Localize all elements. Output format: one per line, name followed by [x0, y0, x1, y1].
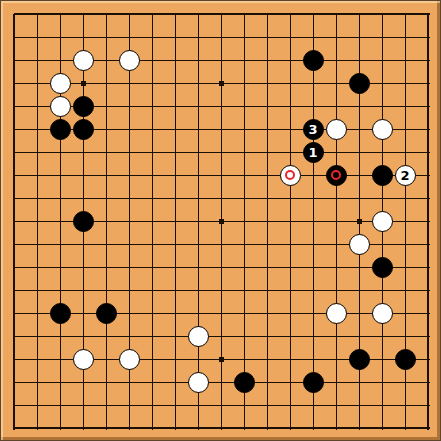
red-circle-marker: [331, 170, 341, 180]
star-point: [219, 357, 224, 362]
black-stone[interactable]: [395, 349, 416, 370]
grid-line-vertical: [427, 14, 429, 430]
black-stone[interactable]: [372, 165, 393, 186]
move-number-label: 2: [400, 169, 409, 182]
grid-line-vertical: [175, 14, 176, 430]
black-stone[interactable]: [234, 372, 255, 393]
black-stone[interactable]: [303, 372, 324, 393]
grid-line-vertical: [198, 14, 199, 430]
grid-line-horizontal: [14, 175, 430, 176]
grid-line-horizontal: [14, 198, 430, 199]
grid-line-horizontal: [14, 152, 430, 153]
grid-line-vertical: [244, 14, 245, 430]
black-stone[interactable]: 3: [303, 119, 324, 140]
white-stone[interactable]: [349, 234, 370, 255]
grid-line-horizontal: [14, 382, 430, 383]
black-stone[interactable]: [73, 211, 94, 232]
grid-line-horizontal: [14, 290, 430, 291]
move-number-label: 3: [308, 123, 317, 136]
star-point: [357, 219, 362, 224]
red-circle-marker: [285, 170, 295, 180]
grid-line-horizontal: [14, 267, 430, 268]
star-point: [219, 219, 224, 224]
black-stone[interactable]: [96, 303, 117, 324]
white-stone[interactable]: [372, 119, 393, 140]
grid-line-vertical: [152, 14, 153, 430]
black-stone[interactable]: [50, 119, 71, 140]
white-stone[interactable]: [188, 372, 209, 393]
black-stone[interactable]: [50, 303, 71, 324]
go-board[interactable]: 312: [0, 0, 441, 441]
white-stone[interactable]: [280, 165, 301, 186]
grid-line-horizontal: [14, 37, 430, 38]
black-stone[interactable]: [326, 165, 347, 186]
black-stone[interactable]: 1: [303, 142, 324, 163]
white-stone[interactable]: [50, 73, 71, 94]
star-point: [81, 81, 86, 86]
white-stone[interactable]: [372, 303, 393, 324]
grid-line-vertical: [290, 14, 291, 430]
star-point: [219, 81, 224, 86]
grid-line-horizontal: [14, 427, 430, 429]
grid-line-horizontal: [14, 405, 430, 406]
grid-line-horizontal: [14, 13, 430, 15]
move-number-label: 1: [308, 146, 317, 159]
grid-line-vertical: [106, 14, 107, 430]
grid-line-horizontal: [14, 313, 430, 314]
white-stone[interactable]: [372, 211, 393, 232]
grid-line-vertical: [37, 14, 38, 430]
black-stone[interactable]: [349, 73, 370, 94]
black-stone[interactable]: [73, 119, 94, 140]
black-stone[interactable]: [372, 257, 393, 278]
grid-line-vertical: [336, 14, 337, 430]
white-stone[interactable]: [50, 96, 71, 117]
white-stone[interactable]: [119, 50, 140, 71]
white-stone[interactable]: [73, 50, 94, 71]
white-stone[interactable]: [326, 119, 347, 140]
grid-line-vertical: [13, 14, 15, 430]
black-stone[interactable]: [349, 349, 370, 370]
black-stone[interactable]: [73, 96, 94, 117]
white-stone[interactable]: [188, 326, 209, 347]
white-stone[interactable]: [73, 349, 94, 370]
white-stone[interactable]: 2: [395, 165, 416, 186]
white-stone[interactable]: [119, 349, 140, 370]
grid-line-horizontal: [14, 336, 430, 337]
white-stone[interactable]: [326, 303, 347, 324]
grid-line-vertical: [267, 14, 268, 430]
black-stone[interactable]: [303, 50, 324, 71]
grid-line-vertical: [313, 14, 314, 430]
